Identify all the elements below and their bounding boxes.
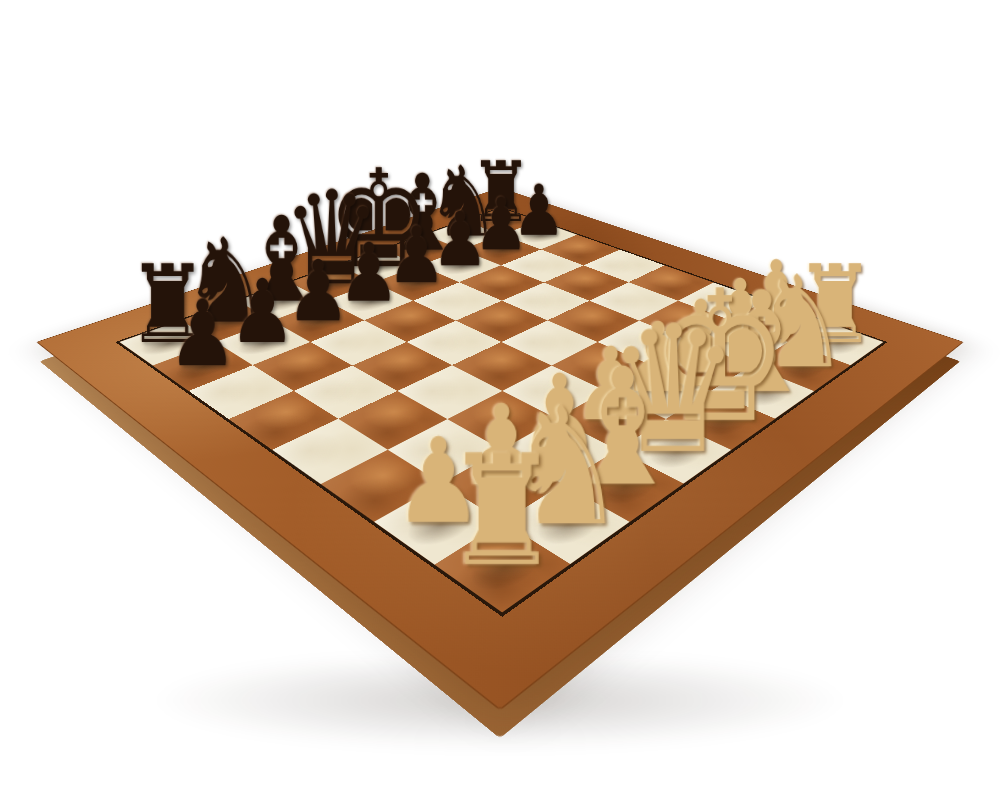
chess-board: ♜♞♝♛♚♝♞♜♟♟♟♟♟♟♟♟♟♟♟♟♟♟♟♟♜♞♝♛♚♝♞♜ [36,188,964,711]
square-a1[interactable]: ♜ [434,522,569,612]
piece-glyph: ♜ [444,436,561,589]
backdrop: ♜♞♝♛♚♝♞♜♟♟♟♟♟♟♟♟♟♟♟♟♟♟♟♟♜♞♝♛♚♝♞♜ [0,0,1000,800]
square-a4[interactable] [272,419,387,484]
board-frame: ♜♞♝♛♚♝♞♜♟♟♟♟♟♟♟♟♟♟♟♟♟♟♟♟♜♞♝♛♚♝♞♜ [36,188,964,711]
board-grid: ♜♞♝♛♚♝♞♜♟♟♟♟♟♟♟♟♟♟♟♟♟♟♟♟♜♞♝♛♚♝♞♜ [115,207,887,617]
